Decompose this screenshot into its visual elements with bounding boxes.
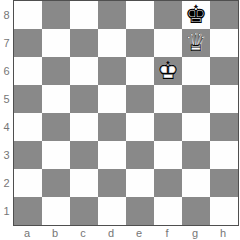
square-c6[interactable] [70, 57, 98, 85]
square-e3[interactable] [126, 141, 154, 169]
square-g5[interactable] [182, 85, 210, 113]
square-f7[interactable] [154, 29, 182, 57]
file-label-c: c [69, 226, 97, 240]
square-a5[interactable] [14, 85, 42, 113]
square-b3[interactable] [42, 141, 70, 169]
square-h4[interactable] [210, 113, 238, 141]
square-e4[interactable] [126, 113, 154, 141]
rank-label-8: 8 [0, 1, 13, 29]
rank-label-6: 6 [0, 57, 13, 85]
file-labels: abcdefgh [13, 226, 237, 240]
square-b4[interactable] [42, 113, 70, 141]
square-e7[interactable] [126, 29, 154, 57]
white-queen-outline: ♕ [182, 29, 210, 57]
square-c3[interactable] [70, 141, 98, 169]
square-h2[interactable] [210, 169, 238, 197]
white-queen[interactable]: ♛♕ [182, 29, 210, 57]
chess-board: ♚♛♕♚♔ [13, 0, 239, 226]
square-g8[interactable]: ♚ [182, 1, 210, 29]
square-e2[interactable] [126, 169, 154, 197]
square-f1[interactable] [154, 197, 182, 225]
square-b8[interactable] [42, 1, 70, 29]
square-b1[interactable] [42, 197, 70, 225]
rank-label-4: 4 [0, 113, 13, 141]
board-grid: ♚♛♕♚♔ [14, 1, 238, 225]
chess-diagram: 87654321 ♚♛♕♚♔ abcdefgh [0, 0, 240, 240]
file-label-e: e [125, 226, 153, 240]
square-g4[interactable] [182, 113, 210, 141]
square-a1[interactable] [14, 197, 42, 225]
square-c8[interactable] [70, 1, 98, 29]
rank-label-1: 1 [0, 197, 13, 225]
white-king-outline: ♔ [154, 57, 182, 85]
white-king[interactable]: ♚♔ [154, 57, 182, 85]
square-g6[interactable] [182, 57, 210, 85]
square-f3[interactable] [154, 141, 182, 169]
square-b2[interactable] [42, 169, 70, 197]
square-d7[interactable] [98, 29, 126, 57]
square-f6[interactable]: ♚♔ [154, 57, 182, 85]
rank-label-5: 5 [0, 85, 13, 113]
file-label-b: b [41, 226, 69, 240]
square-a6[interactable] [14, 57, 42, 85]
square-d8[interactable] [98, 1, 126, 29]
rank-label-3: 3 [0, 141, 13, 169]
square-a2[interactable] [14, 169, 42, 197]
square-c2[interactable] [70, 169, 98, 197]
file-label-a: a [13, 226, 41, 240]
square-h7[interactable] [210, 29, 238, 57]
square-d4[interactable] [98, 113, 126, 141]
square-g1[interactable] [182, 197, 210, 225]
square-a7[interactable] [14, 29, 42, 57]
square-a8[interactable] [14, 1, 42, 29]
square-h3[interactable] [210, 141, 238, 169]
square-e6[interactable] [126, 57, 154, 85]
square-c1[interactable] [70, 197, 98, 225]
square-c4[interactable] [70, 113, 98, 141]
rank-labels: 87654321 [0, 1, 13, 225]
square-d6[interactable] [98, 57, 126, 85]
rank-label-7: 7 [0, 29, 13, 57]
square-f4[interactable] [154, 113, 182, 141]
square-g3[interactable] [182, 141, 210, 169]
black-king[interactable]: ♚ [182, 1, 210, 29]
square-d1[interactable] [98, 197, 126, 225]
square-d5[interactable] [98, 85, 126, 113]
black-king-glyph: ♚ [182, 1, 210, 29]
file-label-g: g [181, 226, 209, 240]
square-b5[interactable] [42, 85, 70, 113]
square-h6[interactable] [210, 57, 238, 85]
file-label-h: h [209, 226, 237, 240]
square-g7[interactable]: ♛♕ [182, 29, 210, 57]
file-label-f: f [153, 226, 181, 240]
square-a4[interactable] [14, 113, 42, 141]
square-c7[interactable] [70, 29, 98, 57]
square-f2[interactable] [154, 169, 182, 197]
square-b6[interactable] [42, 57, 70, 85]
square-d3[interactable] [98, 141, 126, 169]
square-h5[interactable] [210, 85, 238, 113]
file-label-d: d [97, 226, 125, 240]
square-e1[interactable] [126, 197, 154, 225]
square-e5[interactable] [126, 85, 154, 113]
square-h8[interactable] [210, 1, 238, 29]
square-b7[interactable] [42, 29, 70, 57]
rank-label-2: 2 [0, 169, 13, 197]
square-d2[interactable] [98, 169, 126, 197]
square-e8[interactable] [126, 1, 154, 29]
square-c5[interactable] [70, 85, 98, 113]
square-g2[interactable] [182, 169, 210, 197]
square-h1[interactable] [210, 197, 238, 225]
square-f8[interactable] [154, 1, 182, 29]
square-a3[interactable] [14, 141, 42, 169]
square-f5[interactable] [154, 85, 182, 113]
